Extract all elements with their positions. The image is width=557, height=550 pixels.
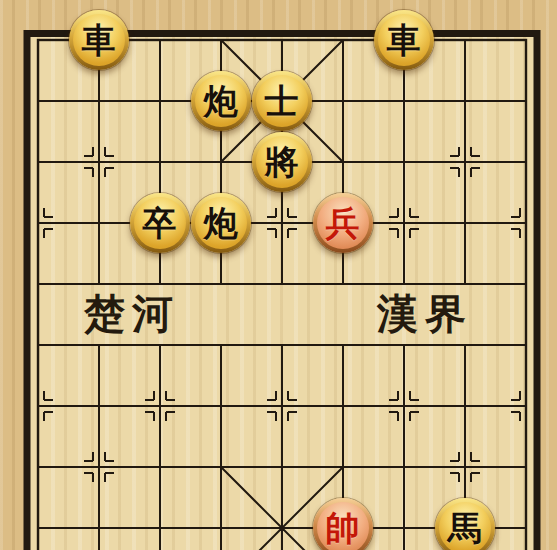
piece-glyph: 士	[256, 75, 308, 127]
piece-glyph: 車	[73, 14, 125, 66]
piece-black-soldier[interactable]: 卒	[130, 193, 190, 253]
piece-glyph: 炮	[195, 197, 247, 249]
piece-glyph: 卒	[134, 197, 186, 249]
piece-black-chariot-right[interactable]: 車	[374, 10, 434, 70]
piece-black-advisor[interactable]: 士	[252, 71, 312, 131]
piece-red-general[interactable]: 帥	[313, 498, 373, 550]
piece-black-cannon-a[interactable]: 炮	[191, 71, 251, 131]
piece-glyph: 馬	[439, 502, 491, 550]
xiangqi-board: 楚河 漢界 車車炮士將卒炮兵帥馬	[0, 0, 557, 550]
piece-glyph: 炮	[195, 75, 247, 127]
piece-black-horse[interactable]: 馬	[435, 498, 495, 550]
piece-glyph: 車	[378, 14, 430, 66]
piece-glyph: 帥	[317, 502, 369, 550]
piece-black-cannon-b[interactable]: 炮	[191, 193, 251, 253]
piece-glyph: 將	[256, 136, 308, 188]
pieces-layer: 車車炮士將卒炮兵帥馬	[7, 9, 556, 550]
piece-black-chariot-left[interactable]: 車	[69, 10, 129, 70]
piece-red-soldier[interactable]: 兵	[313, 193, 373, 253]
piece-glyph: 兵	[317, 197, 369, 249]
piece-black-general[interactable]: 將	[252, 132, 312, 192]
